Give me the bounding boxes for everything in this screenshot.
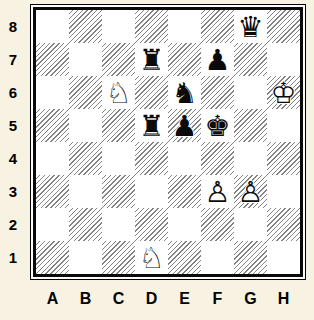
queen-glyph: ♛	[234, 10, 267, 43]
square-a1[interactable]	[36, 241, 69, 274]
board-frame: ♛♜♟♞♘♞♚♔♜♟♚♟♙♟♙♞♘	[30, 4, 306, 280]
square-d8[interactable]	[135, 10, 168, 43]
square-e4[interactable]	[168, 142, 201, 175]
square-a3[interactable]	[36, 175, 69, 208]
piece-white-pawn[interactable]: ♟♙	[201, 175, 234, 208]
square-a2[interactable]	[36, 208, 69, 241]
square-b7[interactable]	[69, 43, 102, 76]
board-border: ♛♜♟♞♘♞♚♔♜♟♚♟♙♟♙♞♘	[33, 7, 303, 277]
piece-white-king[interactable]: ♚♔	[267, 76, 300, 109]
piece-black-rook[interactable]: ♜	[135, 43, 168, 76]
square-d2[interactable]	[135, 208, 168, 241]
square-e7[interactable]	[168, 43, 201, 76]
chess-board: ♛♜♟♞♘♞♚♔♜♟♚♟♙♟♙♞♘	[36, 10, 300, 274]
file-label-g: G	[234, 287, 267, 311]
square-g6[interactable]	[234, 76, 267, 109]
square-f5[interactable]: ♚	[201, 109, 234, 142]
square-h4[interactable]	[267, 142, 300, 175]
square-g5[interactable]	[234, 109, 267, 142]
square-d1[interactable]: ♞♘	[135, 241, 168, 274]
square-a4[interactable]	[36, 142, 69, 175]
square-h1[interactable]	[267, 241, 300, 274]
knight-glyph: ♞	[168, 76, 201, 109]
piece-black-pawn[interactable]: ♟	[168, 109, 201, 142]
square-f7[interactable]: ♟	[201, 43, 234, 76]
file-label-e: E	[168, 287, 201, 311]
square-h8[interactable]	[267, 10, 300, 43]
square-c7[interactable]	[102, 43, 135, 76]
rank-label-5: 5	[2, 109, 24, 142]
rank-label-3: 3	[2, 175, 24, 208]
chess-diagram: ♛♜♟♞♘♞♚♔♜♟♚♟♙♟♙♞♘ 87654321ABCDEFGH	[0, 0, 314, 320]
square-e6[interactable]: ♞	[168, 76, 201, 109]
square-b4[interactable]	[69, 142, 102, 175]
square-c3[interactable]	[102, 175, 135, 208]
knight-glyph-outline: ♘	[135, 241, 168, 274]
square-a8[interactable]	[36, 10, 69, 43]
file-label-d: D	[135, 287, 168, 311]
square-f4[interactable]	[201, 142, 234, 175]
square-h6[interactable]: ♚♔	[267, 76, 300, 109]
square-b3[interactable]	[69, 175, 102, 208]
rank-label-7: 7	[2, 43, 24, 76]
king-glyph: ♚	[201, 109, 234, 142]
square-a7[interactable]	[36, 43, 69, 76]
piece-black-rook[interactable]: ♜	[135, 109, 168, 142]
piece-black-king[interactable]: ♚	[201, 109, 234, 142]
square-e8[interactable]	[168, 10, 201, 43]
piece-white-pawn[interactable]: ♟♙	[234, 175, 267, 208]
square-c2[interactable]	[102, 208, 135, 241]
square-b2[interactable]	[69, 208, 102, 241]
square-c6[interactable]: ♞♘	[102, 76, 135, 109]
square-d7[interactable]: ♜	[135, 43, 168, 76]
square-c1[interactable]	[102, 241, 135, 274]
square-d6[interactable]	[135, 76, 168, 109]
square-b1[interactable]	[69, 241, 102, 274]
square-h3[interactable]	[267, 175, 300, 208]
square-e1[interactable]	[168, 241, 201, 274]
rank-label-1: 1	[2, 241, 24, 274]
pawn-glyph-outline: ♙	[201, 175, 234, 208]
piece-black-knight[interactable]: ♞	[168, 76, 201, 109]
pawn-glyph: ♟	[168, 109, 201, 142]
pawn-glyph-outline: ♙	[234, 175, 267, 208]
square-e2[interactable]	[168, 208, 201, 241]
square-f2[interactable]	[201, 208, 234, 241]
piece-black-pawn[interactable]: ♟	[201, 43, 234, 76]
square-d5[interactable]: ♜	[135, 109, 168, 142]
square-b8[interactable]	[69, 10, 102, 43]
square-f8[interactable]	[201, 10, 234, 43]
file-label-h: H	[267, 287, 300, 311]
square-d3[interactable]	[135, 175, 168, 208]
square-g4[interactable]	[234, 142, 267, 175]
piece-white-knight[interactable]: ♞♘	[135, 241, 168, 274]
square-h5[interactable]	[267, 109, 300, 142]
piece-white-knight[interactable]: ♞♘	[102, 76, 135, 109]
file-label-b: B	[69, 287, 102, 311]
file-label-c: C	[102, 287, 135, 311]
rook-glyph: ♜	[135, 109, 168, 142]
square-d4[interactable]	[135, 142, 168, 175]
file-label-a: A	[36, 287, 69, 311]
square-f3[interactable]: ♟♙	[201, 175, 234, 208]
rank-label-4: 4	[2, 142, 24, 175]
rank-label-6: 6	[2, 76, 24, 109]
rook-glyph: ♜	[135, 43, 168, 76]
square-b6[interactable]	[69, 76, 102, 109]
pawn-glyph: ♟	[201, 43, 234, 76]
square-h2[interactable]	[267, 208, 300, 241]
file-label-f: F	[201, 287, 234, 311]
square-c5[interactable]	[102, 109, 135, 142]
square-e3[interactable]	[168, 175, 201, 208]
square-a5[interactable]	[36, 109, 69, 142]
square-g1[interactable]	[234, 241, 267, 274]
square-b5[interactable]	[69, 109, 102, 142]
square-a6[interactable]	[36, 76, 69, 109]
square-g7[interactable]	[234, 43, 267, 76]
square-e5[interactable]: ♟	[168, 109, 201, 142]
square-h7[interactable]	[267, 43, 300, 76]
square-f6[interactable]	[201, 76, 234, 109]
piece-black-queen[interactable]: ♛	[234, 10, 267, 43]
square-g8[interactable]: ♛	[234, 10, 267, 43]
square-g3[interactable]: ♟♙	[234, 175, 267, 208]
knight-glyph-outline: ♘	[102, 76, 135, 109]
king-glyph-outline: ♔	[267, 76, 300, 109]
square-f1[interactable]	[201, 241, 234, 274]
square-c4[interactable]	[102, 142, 135, 175]
rank-label-8: 8	[2, 10, 24, 43]
square-c8[interactable]	[102, 10, 135, 43]
square-g2[interactable]	[234, 208, 267, 241]
rank-label-2: 2	[2, 208, 24, 241]
